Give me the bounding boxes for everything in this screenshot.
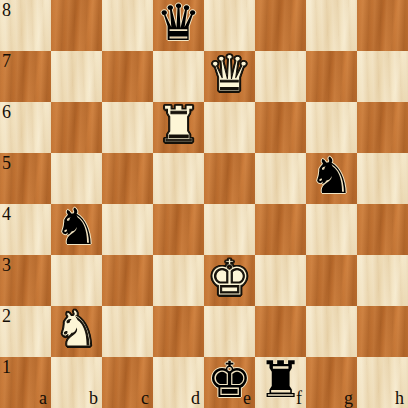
square-f5[interactable] xyxy=(255,153,306,204)
square-a6[interactable]: 6 xyxy=(0,102,51,153)
file-label-e: e xyxy=(243,389,251,407)
piece-black-knight[interactable]: ♞ xyxy=(309,151,354,202)
square-c6[interactable] xyxy=(102,102,153,153)
square-b8[interactable] xyxy=(51,0,102,51)
square-g2[interactable] xyxy=(306,306,357,357)
square-f7[interactable] xyxy=(255,51,306,102)
square-c5[interactable] xyxy=(102,153,153,204)
square-c4[interactable] xyxy=(102,204,153,255)
square-g3[interactable] xyxy=(306,255,357,306)
square-h1[interactable]: h xyxy=(357,357,408,408)
square-f1[interactable]: f♜ xyxy=(255,357,306,408)
piece-white-king[interactable]: ♚ xyxy=(207,253,252,304)
chess-diagram: 8♛7♛6♜5♞4♞3♚2♞1abcde♚f♜gh xyxy=(0,0,408,408)
rank-label-4: 4 xyxy=(2,205,11,223)
chess-board: 8♛7♛6♜5♞4♞3♚2♞1abcde♚f♜gh xyxy=(0,0,408,408)
file-label-h: h xyxy=(395,389,404,407)
square-e5[interactable] xyxy=(204,153,255,204)
square-c7[interactable] xyxy=(102,51,153,102)
square-e4[interactable] xyxy=(204,204,255,255)
square-h6[interactable] xyxy=(357,102,408,153)
square-g8[interactable] xyxy=(306,0,357,51)
square-b5[interactable] xyxy=(51,153,102,204)
rank-label-6: 6 xyxy=(2,103,11,121)
square-f6[interactable] xyxy=(255,102,306,153)
square-e1[interactable]: e♚ xyxy=(204,357,255,408)
square-a1[interactable]: 1a xyxy=(0,357,51,408)
rank-label-7: 7 xyxy=(2,52,11,70)
rank-label-8: 8 xyxy=(2,1,11,19)
square-b7[interactable] xyxy=(51,51,102,102)
square-c1[interactable]: c xyxy=(102,357,153,408)
piece-black-knight[interactable]: ♞ xyxy=(54,202,99,253)
square-h7[interactable] xyxy=(357,51,408,102)
square-a5[interactable]: 5 xyxy=(0,153,51,204)
square-h4[interactable] xyxy=(357,204,408,255)
square-d5[interactable] xyxy=(153,153,204,204)
rank-label-5: 5 xyxy=(2,154,11,172)
square-h5[interactable] xyxy=(357,153,408,204)
square-d6[interactable]: ♜ xyxy=(153,102,204,153)
square-a4[interactable]: 4 xyxy=(0,204,51,255)
rank-label-3: 3 xyxy=(2,256,11,274)
rank-label-2: 2 xyxy=(2,307,11,325)
piece-white-rook[interactable]: ♜ xyxy=(156,100,201,151)
file-label-f: f xyxy=(296,389,302,407)
square-d7[interactable] xyxy=(153,51,204,102)
square-b1[interactable]: b xyxy=(51,357,102,408)
square-g7[interactable] xyxy=(306,51,357,102)
square-h8[interactable] xyxy=(357,0,408,51)
rank-label-1: 1 xyxy=(2,358,11,376)
square-d8[interactable]: ♛ xyxy=(153,0,204,51)
square-e2[interactable] xyxy=(204,306,255,357)
square-g4[interactable] xyxy=(306,204,357,255)
square-d3[interactable] xyxy=(153,255,204,306)
square-a3[interactable]: 3 xyxy=(0,255,51,306)
square-c3[interactable] xyxy=(102,255,153,306)
piece-white-knight[interactable]: ♞ xyxy=(54,304,99,355)
piece-black-queen[interactable]: ♛ xyxy=(156,0,201,49)
square-e3[interactable]: ♚ xyxy=(204,255,255,306)
square-d2[interactable] xyxy=(153,306,204,357)
square-a7[interactable]: 7 xyxy=(0,51,51,102)
square-d4[interactable] xyxy=(153,204,204,255)
square-f8[interactable] xyxy=(255,0,306,51)
square-a8[interactable]: 8 xyxy=(0,0,51,51)
square-e8[interactable] xyxy=(204,0,255,51)
square-e7[interactable]: ♛ xyxy=(204,51,255,102)
file-label-d: d xyxy=(191,389,200,407)
square-e6[interactable] xyxy=(204,102,255,153)
square-b2[interactable]: ♞ xyxy=(51,306,102,357)
square-b4[interactable]: ♞ xyxy=(51,204,102,255)
square-f4[interactable] xyxy=(255,204,306,255)
square-c2[interactable] xyxy=(102,306,153,357)
file-label-b: b xyxy=(89,389,98,407)
file-label-a: a xyxy=(39,389,47,407)
square-g5[interactable]: ♞ xyxy=(306,153,357,204)
square-h2[interactable] xyxy=(357,306,408,357)
square-b3[interactable] xyxy=(51,255,102,306)
square-g1[interactable]: g xyxy=(306,357,357,408)
square-a2[interactable]: 2 xyxy=(0,306,51,357)
square-c8[interactable] xyxy=(102,0,153,51)
file-label-c: c xyxy=(141,389,149,407)
square-f3[interactable] xyxy=(255,255,306,306)
square-b6[interactable] xyxy=(51,102,102,153)
square-d1[interactable]: d xyxy=(153,357,204,408)
square-f2[interactable] xyxy=(255,306,306,357)
square-g6[interactable] xyxy=(306,102,357,153)
piece-white-queen[interactable]: ♛ xyxy=(207,49,252,100)
file-label-g: g xyxy=(344,389,353,407)
square-h3[interactable] xyxy=(357,255,408,306)
